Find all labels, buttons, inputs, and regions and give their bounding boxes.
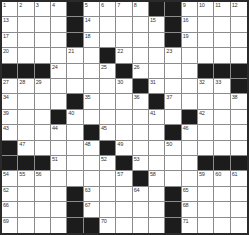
cell-r3c4[interactable]	[51, 33, 67, 48]
cell-r15c1[interactable]: 69	[2, 218, 18, 233]
cell-r11c5[interactable]	[67, 156, 83, 171]
cell-r7c3[interactable]	[35, 94, 51, 109]
cell-r10c4[interactable]	[51, 141, 67, 156]
cell-r7c14[interactable]	[214, 94, 230, 109]
cell-r3c3[interactable]	[35, 33, 51, 48]
cell-r10c2[interactable]: 47	[18, 141, 34, 156]
black-square-r5c13	[198, 64, 214, 79]
clue-number-71: 71	[183, 218, 189, 224]
cell-r7c11[interactable]: 37	[165, 94, 181, 109]
black-square-r9c6	[84, 125, 100, 140]
cell-r8c7[interactable]	[100, 110, 116, 125]
cell-r3c13[interactable]	[198, 33, 214, 48]
cell-r1c2[interactable]: 2	[18, 2, 34, 17]
black-square-r3c11	[165, 33, 181, 48]
black-square-r11c15	[231, 156, 247, 171]
cell-r13c10[interactable]	[149, 187, 165, 202]
clue-number-48: 48	[85, 141, 91, 147]
black-square-r5c15	[231, 64, 247, 79]
cell-r5c6[interactable]	[84, 64, 100, 79]
cell-r14c15[interactable]	[231, 202, 247, 217]
cell-r14c8[interactable]	[116, 202, 132, 217]
cell-r7c12[interactable]	[182, 94, 198, 109]
cell-r4c8[interactable]: 22	[116, 48, 132, 63]
clue-number-29: 29	[36, 79, 42, 85]
black-square-r12c9	[133, 171, 149, 186]
clue-number-45: 45	[101, 125, 107, 131]
cell-r1c7[interactable]: 6	[100, 2, 116, 17]
clue-number-34: 34	[3, 94, 9, 100]
cell-r11c10[interactable]	[149, 156, 165, 171]
black-square-r2c11	[165, 17, 181, 32]
cell-r15c15[interactable]	[231, 218, 247, 233]
cell-r10c3[interactable]	[35, 141, 51, 156]
black-square-r8c4	[51, 110, 67, 125]
cell-r15c8[interactable]	[116, 218, 132, 233]
cell-r5c4[interactable]: 24	[51, 64, 67, 79]
clue-number-51: 51	[52, 156, 58, 162]
cell-r15c2[interactable]	[18, 218, 34, 233]
black-square-r8c12	[182, 110, 198, 125]
cell-r15c4[interactable]	[51, 218, 67, 233]
cell-r7c6[interactable]: 35	[84, 94, 100, 109]
cell-r14c7[interactable]	[100, 202, 116, 217]
cell-r7c7[interactable]	[100, 94, 116, 109]
clue-number-35: 35	[85, 94, 91, 100]
black-square-r11c8	[116, 156, 132, 171]
cell-r13c3[interactable]	[35, 187, 51, 202]
cell-r9c14[interactable]	[214, 125, 230, 140]
cell-r10c5[interactable]	[67, 141, 83, 156]
cell-r14c9[interactable]	[133, 202, 149, 217]
cell-r4c10[interactable]	[149, 48, 165, 63]
cell-r2c9[interactable]	[133, 17, 149, 32]
clue-number-38: 38	[232, 94, 238, 100]
cell-r2c1[interactable]: 13	[2, 17, 18, 32]
cell-r9c13[interactable]	[198, 125, 214, 140]
cell-r15c10[interactable]	[149, 218, 165, 233]
clue-number-65: 65	[183, 187, 189, 193]
cell-r7c4[interactable]	[51, 94, 67, 109]
black-square-r11c13	[198, 156, 214, 171]
clue-number-5: 5	[85, 2, 88, 8]
cell-r14c6[interactable]: 67	[84, 202, 100, 217]
cell-r13c4[interactable]	[51, 187, 67, 202]
clue-number-12: 12	[232, 2, 238, 8]
black-square-r11c3	[35, 156, 51, 171]
cell-r10c12[interactable]	[182, 141, 198, 156]
cell-r3c9[interactable]	[133, 33, 149, 48]
cell-r6c1[interactable]: 27	[2, 79, 18, 94]
clue-number-59: 59	[199, 171, 205, 177]
clue-number-24: 24	[52, 64, 58, 70]
cell-r7c2[interactable]	[18, 94, 34, 109]
cell-r1c1[interactable]: 1	[2, 2, 18, 17]
black-square-r14c5	[67, 202, 83, 217]
clue-number-58: 58	[150, 171, 156, 177]
cell-r12c13[interactable]: 59	[198, 171, 214, 186]
cell-r4c5[interactable]: 21	[67, 48, 83, 63]
cell-r12c10[interactable]: 58	[149, 171, 165, 186]
cell-r6c8[interactable]: 30	[116, 79, 132, 94]
cell-r9c9[interactable]	[133, 125, 149, 140]
clue-number-20: 20	[3, 48, 9, 54]
cell-r5c7[interactable]: 25	[100, 64, 116, 79]
black-square-r5c2	[18, 64, 34, 79]
cell-r4c1[interactable]: 20	[2, 48, 18, 63]
clue-number-41: 41	[150, 110, 156, 116]
clue-number-70: 70	[101, 218, 107, 224]
clue-number-13: 13	[3, 17, 9, 23]
cell-r6c12[interactable]	[182, 79, 198, 94]
clue-number-55: 55	[19, 171, 25, 177]
clue-number-27: 27	[3, 79, 9, 85]
cell-r1c12[interactable]: 9	[182, 2, 198, 17]
cell-r10c15[interactable]	[231, 141, 247, 156]
cell-r9c8[interactable]	[116, 125, 132, 140]
black-square-r10c7	[100, 141, 116, 156]
cell-r2c13[interactable]	[198, 17, 214, 32]
black-square-r5c1	[2, 64, 18, 79]
cell-r5c5[interactable]	[67, 64, 83, 79]
cell-r15c7[interactable]: 70	[100, 218, 116, 233]
cell-r12c5[interactable]	[67, 171, 83, 186]
clue-number-17: 17	[3, 33, 9, 39]
cell-r13c6[interactable]: 63	[84, 187, 100, 202]
cell-r10c14[interactable]	[214, 141, 230, 156]
cell-r8c6[interactable]	[84, 110, 100, 125]
black-square-r7c10	[149, 94, 165, 109]
cell-r6c4[interactable]	[51, 79, 67, 94]
black-square-r5c3	[35, 64, 51, 79]
cell-r6c6[interactable]	[84, 79, 100, 94]
cell-r13c15[interactable]	[231, 187, 247, 202]
clue-number-30: 30	[117, 79, 123, 85]
cell-r1c13[interactable]: 10	[198, 2, 214, 17]
clue-number-53: 53	[134, 156, 140, 162]
cell-r8c10[interactable]: 41	[149, 110, 165, 125]
clue-number-6: 6	[101, 2, 104, 8]
cell-r3c12[interactable]: 19	[182, 33, 198, 48]
cell-r12c2[interactable]: 55	[18, 171, 34, 186]
cell-r3c2[interactable]	[18, 33, 34, 48]
clue-number-7: 7	[117, 2, 120, 8]
black-square-r14c11	[165, 202, 181, 217]
cell-r13c1[interactable]: 62	[2, 187, 18, 202]
cell-r1c8[interactable]: 7	[116, 2, 132, 17]
cell-r8c5[interactable]: 40	[67, 110, 83, 125]
cell-r9c1[interactable]: 43	[2, 125, 18, 140]
clue-number-2: 2	[19, 2, 22, 8]
black-square-r1c5	[67, 2, 83, 17]
cell-r4c11[interactable]: 23	[165, 48, 181, 63]
clue-number-25: 25	[101, 64, 107, 70]
clue-number-26: 26	[134, 64, 140, 70]
clue-number-42: 42	[199, 110, 205, 116]
clue-number-21: 21	[68, 48, 74, 54]
cell-r2c14[interactable]	[214, 17, 230, 32]
cell-r9c4[interactable]: 44	[51, 125, 67, 140]
cell-r8c15[interactable]	[231, 110, 247, 125]
cell-r2c7[interactable]	[100, 17, 116, 32]
cell-r5c11[interactable]	[165, 64, 181, 79]
cell-r8c3[interactable]	[35, 110, 51, 125]
cell-r3c8[interactable]	[116, 33, 132, 48]
clue-number-28: 28	[19, 79, 25, 85]
cell-r14c10[interactable]	[149, 202, 165, 217]
clue-number-31: 31	[150, 79, 156, 85]
cell-r12c14[interactable]: 60	[214, 171, 230, 186]
cell-r11c6[interactable]	[84, 156, 100, 171]
cell-r12c7[interactable]	[100, 171, 116, 186]
clue-number-56: 56	[36, 171, 42, 177]
cell-r7c9[interactable]: 36	[133, 94, 149, 109]
cell-r8c8[interactable]	[116, 110, 132, 125]
cell-r4c13[interactable]	[198, 48, 214, 63]
cell-r4c14[interactable]	[214, 48, 230, 63]
cell-r11c11[interactable]	[165, 156, 181, 171]
clue-number-60: 60	[215, 171, 221, 177]
clue-number-10: 10	[199, 2, 205, 8]
clue-number-52: 52	[101, 156, 107, 162]
cell-r7c15[interactable]: 38	[231, 94, 247, 109]
clue-number-37: 37	[166, 94, 172, 100]
cell-r10c6[interactable]: 48	[84, 141, 100, 156]
cell-r9c10[interactable]	[149, 125, 165, 140]
cell-r15c13[interactable]	[198, 218, 214, 233]
cell-r10c8[interactable]: 49	[116, 141, 132, 156]
cell-r6c14[interactable]: 33	[214, 79, 230, 94]
cell-r6c10[interactable]: 31	[149, 79, 165, 94]
black-square-r9c11	[165, 125, 181, 140]
cell-r10c11[interactable]: 50	[165, 141, 181, 156]
clue-number-68: 68	[183, 202, 189, 208]
cell-r13c14[interactable]	[214, 187, 230, 202]
cell-r3c1[interactable]: 17	[2, 33, 18, 48]
cell-r9c7[interactable]: 45	[100, 125, 116, 140]
black-square-r7c5	[67, 94, 83, 109]
cell-r2c15[interactable]	[231, 17, 247, 32]
cell-r13c8[interactable]	[116, 187, 132, 202]
cell-r3c6[interactable]: 18	[84, 33, 100, 48]
cell-r14c4[interactable]	[51, 202, 67, 217]
cell-r12c3[interactable]: 56	[35, 171, 51, 186]
clue-number-16: 16	[183, 17, 189, 23]
cell-r4c2[interactable]	[18, 48, 34, 63]
cell-r13c2[interactable]	[18, 187, 34, 202]
cell-r6c3[interactable]: 29	[35, 79, 51, 94]
clue-number-19: 19	[183, 33, 189, 39]
cell-r1c14[interactable]: 11	[214, 2, 230, 17]
clue-number-23: 23	[166, 48, 172, 54]
cell-r12c11[interactable]	[165, 171, 181, 186]
clue-number-4: 4	[52, 2, 55, 8]
clue-number-62: 62	[3, 187, 9, 193]
black-square-r2c5	[67, 17, 83, 32]
cell-r8c14[interactable]	[214, 110, 230, 125]
cell-r8c13[interactable]: 42	[198, 110, 214, 125]
cell-r13c9[interactable]: 64	[133, 187, 149, 202]
cell-r11c7[interactable]: 52	[100, 156, 116, 171]
cell-r9c12[interactable]: 46	[182, 125, 198, 140]
cell-r6c5[interactable]	[67, 79, 83, 94]
cell-r9c2[interactable]	[18, 125, 34, 140]
cell-r5c10[interactable]	[149, 64, 165, 79]
clue-number-46: 46	[183, 125, 189, 131]
cell-r12c15[interactable]: 61	[231, 171, 247, 186]
black-square-r5c14	[214, 64, 230, 79]
black-square-r15c5	[67, 218, 83, 233]
clue-number-57: 57	[117, 171, 123, 177]
clue-number-50: 50	[166, 141, 172, 147]
cell-r8c2[interactable]	[18, 110, 34, 125]
cell-r15c3[interactable]	[35, 218, 51, 233]
cell-r4c12[interactable]	[182, 48, 198, 63]
cell-r12c1[interactable]: 54	[2, 171, 18, 186]
clue-number-54: 54	[3, 171, 9, 177]
cell-r2c2[interactable]	[18, 17, 34, 32]
cell-r3c14[interactable]	[214, 33, 230, 48]
clue-number-22: 22	[117, 48, 123, 54]
cell-r8c11[interactable]	[165, 110, 181, 125]
cell-r13c7[interactable]	[100, 187, 116, 202]
black-square-r6c9	[133, 79, 149, 94]
clue-number-39: 39	[3, 110, 9, 116]
cell-r11c12[interactable]	[182, 156, 198, 171]
cell-r2c10[interactable]: 15	[149, 17, 165, 32]
cell-r14c2[interactable]	[18, 202, 34, 217]
cell-r13c12[interactable]: 65	[182, 187, 198, 202]
cell-r15c9[interactable]	[133, 218, 149, 233]
cell-r6c2[interactable]: 28	[18, 79, 34, 94]
cell-r8c9[interactable]	[133, 110, 149, 125]
cell-r14c3[interactable]	[35, 202, 51, 217]
black-square-r11c14	[214, 156, 230, 171]
black-square-r1c10	[149, 2, 165, 17]
black-square-r15c11	[165, 218, 181, 233]
clue-number-3: 3	[36, 2, 39, 8]
clue-number-9: 9	[183, 2, 186, 8]
cell-r4c3[interactable]	[35, 48, 51, 63]
cell-r6c13[interactable]: 32	[198, 79, 214, 94]
clue-number-44: 44	[52, 125, 58, 131]
cell-r11c9[interactable]: 53	[133, 156, 149, 171]
cell-r10c10[interactable]	[149, 141, 165, 156]
cell-r6c11[interactable]	[165, 79, 181, 94]
crossword-board: 1234567891011121314151617181920212223242…	[0, 0, 249, 235]
cell-r12c12[interactable]	[182, 171, 198, 186]
cell-r14c1[interactable]: 66	[2, 202, 18, 217]
cell-r2c4[interactable]	[51, 17, 67, 32]
clue-number-11: 11	[215, 2, 220, 8]
cell-r9c3[interactable]	[35, 125, 51, 140]
clue-number-66: 66	[3, 202, 9, 208]
cell-r10c9[interactable]	[133, 141, 149, 156]
black-square-r5c8	[116, 64, 132, 79]
cell-r1c9[interactable]: 8	[133, 2, 149, 17]
black-square-r11c1	[2, 156, 18, 171]
black-square-r10c1	[2, 141, 18, 156]
clue-number-15: 15	[150, 17, 156, 23]
cell-r1c6[interactable]: 5	[84, 2, 100, 17]
clue-number-61: 61	[232, 171, 238, 177]
cell-r14c14[interactable]	[214, 202, 230, 217]
black-square-r11c2	[18, 156, 34, 171]
clue-number-32: 32	[199, 79, 205, 85]
cell-r4c15[interactable]	[231, 48, 247, 63]
cell-r3c10[interactable]	[149, 33, 165, 48]
clue-number-33: 33	[215, 79, 221, 85]
cell-r7c1[interactable]: 34	[2, 94, 18, 109]
cell-r8c1[interactable]: 39	[2, 110, 18, 125]
black-square-r15c6	[84, 218, 100, 233]
clue-number-18: 18	[85, 33, 91, 39]
cell-r11c4[interactable]: 51	[51, 156, 67, 171]
cell-r1c3[interactable]: 3	[35, 2, 51, 17]
cell-r6c7[interactable]	[100, 79, 116, 94]
cell-r15c12[interactable]: 71	[182, 218, 198, 233]
cell-r2c12[interactable]: 16	[182, 17, 198, 32]
clue-number-43: 43	[3, 125, 9, 131]
clue-number-47: 47	[19, 141, 25, 147]
cell-r14c12[interactable]: 68	[182, 202, 198, 217]
cell-r9c15[interactable]	[231, 125, 247, 140]
clue-number-63: 63	[85, 187, 91, 193]
cell-r7c13[interactable]	[198, 94, 214, 109]
cell-r12c6[interactable]	[84, 171, 100, 186]
black-square-r6c15	[231, 79, 247, 94]
cell-r4c9[interactable]	[133, 48, 149, 63]
black-square-r13c11	[165, 187, 181, 202]
cell-r12c4[interactable]	[51, 171, 67, 186]
cell-r3c7[interactable]	[100, 33, 116, 48]
clue-number-69: 69	[3, 218, 9, 224]
black-square-r4c7	[100, 48, 116, 63]
clue-number-67: 67	[85, 202, 91, 208]
cell-r15c14[interactable]	[214, 218, 230, 233]
clue-number-14: 14	[85, 17, 91, 23]
cell-r2c3[interactable]	[35, 17, 51, 32]
clue-number-40: 40	[68, 110, 74, 116]
cell-r5c9[interactable]: 26	[133, 64, 149, 79]
cell-r2c6[interactable]: 14	[84, 17, 100, 32]
cell-r13c13[interactable]	[198, 187, 214, 202]
cell-r10c13[interactable]	[198, 141, 214, 156]
clue-number-49: 49	[117, 141, 123, 147]
cell-r3c15[interactable]	[231, 33, 247, 48]
cell-r7c8[interactable]	[116, 94, 132, 109]
cell-r1c4[interactable]: 4	[51, 2, 67, 17]
cell-r9c5[interactable]	[67, 125, 83, 140]
cell-r4c4[interactable]	[51, 48, 67, 63]
clue-number-1: 1	[3, 2, 6, 8]
cell-r4c6[interactable]	[84, 48, 100, 63]
cell-r1c15[interactable]: 12	[231, 2, 247, 17]
black-square-r1c11	[165, 2, 181, 17]
cell-r12c8[interactable]: 57	[116, 171, 132, 186]
cell-r14c13[interactable]	[198, 202, 214, 217]
black-square-r3c5	[67, 33, 83, 48]
clue-number-8: 8	[134, 2, 137, 8]
cell-r5c12[interactable]	[182, 64, 198, 79]
black-square-r13c5	[67, 187, 83, 202]
clue-number-36: 36	[134, 94, 140, 100]
cell-r2c8[interactable]	[116, 17, 132, 32]
clue-number-64: 64	[134, 187, 140, 193]
